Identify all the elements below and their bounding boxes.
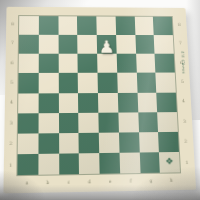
square-c6[interactable] [58,54,78,73]
square-h6[interactable] [155,54,175,73]
chess-piece-white-pawn[interactable]: ♟ [99,39,115,56]
square-c4[interactable] [58,93,78,113]
coord-label: 7 [9,34,16,53]
square-a7[interactable] [19,35,39,54]
square-g2[interactable] [139,132,160,153]
square-d2[interactable] [79,132,99,153]
square-d1[interactable] [79,153,100,174]
photo-shadow-bottom-right [130,166,200,200]
photo-shadow-bottom-left [0,170,46,200]
board-frame: ♟❖ [16,15,181,176]
square-f7[interactable] [116,35,136,54]
square-b2[interactable] [38,133,58,154]
coord-label: 4 [180,92,188,112]
coord-label: 4 [8,93,15,113]
square-c1[interactable] [59,153,80,174]
square-f4[interactable] [118,92,138,112]
square-g4[interactable] [137,92,157,112]
square-b4[interactable] [38,93,58,113]
coord-label: 2 [7,134,15,155]
square-g3[interactable] [138,112,158,132]
coord-label: 6 [8,53,15,73]
square-d3[interactable] [78,112,98,132]
square-f6[interactable] [116,54,136,73]
square-f8[interactable] [115,17,135,36]
square-h2[interactable] [158,132,179,152]
square-e1[interactable] [99,153,120,174]
square-e6[interactable] [97,54,117,73]
square-c5[interactable] [58,73,78,93]
rank-labels-left: 87654321 [7,15,16,176]
square-b8[interactable] [39,16,58,35]
square-b5[interactable] [38,73,58,93]
square-a5[interactable] [18,73,38,93]
square-f3[interactable] [118,112,138,132]
square-f5[interactable] [117,73,137,92]
square-c8[interactable] [58,16,77,35]
coord-label: 2 [182,132,190,153]
square-d5[interactable] [78,73,98,93]
square-h4[interactable] [156,92,176,112]
square-c7[interactable] [58,35,78,54]
square-c3[interactable] [58,113,78,133]
square-e2[interactable] [99,132,120,153]
coord-label: 3 [8,113,16,134]
square-h5[interactable] [156,73,176,92]
square-d7[interactable] [77,35,97,54]
coord-label: 8 [176,16,184,35]
coord-label: 5 [8,73,15,93]
square-h7[interactable] [154,35,174,54]
square-e8[interactable] [96,16,116,35]
square-b3[interactable] [38,113,58,133]
square-d6[interactable] [78,54,98,73]
square-g5[interactable] [136,73,156,92]
coord-label: 8 [9,15,16,34]
square-e5[interactable] [98,73,118,93]
square-e4[interactable] [98,92,118,112]
square-f2[interactable] [119,132,140,153]
coord-label: 3 [181,112,189,132]
square-b7[interactable] [39,35,59,54]
square-e3[interactable] [98,112,118,132]
square-a4[interactable] [18,93,38,113]
square-a6[interactable] [19,54,39,73]
coord-label: 5 [179,73,187,93]
square-g6[interactable] [136,54,156,73]
square-d8[interactable] [77,16,97,35]
square-h3[interactable] [157,112,177,132]
square-g8[interactable] [134,17,154,36]
square-c2[interactable] [59,133,79,154]
square-g7[interactable] [135,35,155,54]
square-a3[interactable] [18,113,38,134]
brand-edge-text: US Chess [180,51,186,74]
square-h8[interactable] [153,17,173,35]
chess-board[interactable]: ♟❖ [17,16,180,175]
square-a2[interactable] [18,133,39,154]
square-b6[interactable] [38,54,58,73]
square-a8[interactable] [19,16,39,35]
square-d4[interactable] [78,93,98,113]
square-e7[interactable]: ♟ [97,35,117,54]
